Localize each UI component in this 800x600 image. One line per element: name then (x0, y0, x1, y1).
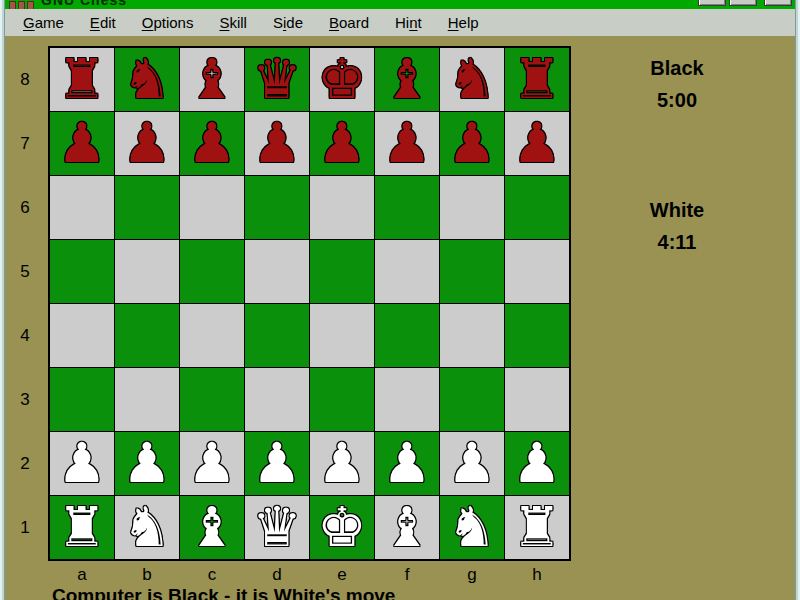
window-controls (698, 0, 792, 6)
piece-white-pawn: ♟ (375, 432, 439, 495)
square-c7[interactable]: ♟ (180, 112, 244, 175)
piece-black-rook: ♜ (505, 48, 569, 111)
square-d5[interactable] (245, 240, 309, 303)
piece-black-bishop: ♝ (375, 48, 439, 111)
square-f7[interactable]: ♟ (375, 112, 439, 175)
square-c6[interactable] (180, 176, 244, 239)
file-labels: abcdefgh (50, 564, 569, 586)
square-a6[interactable] (50, 176, 114, 239)
square-a5[interactable] (50, 240, 114, 303)
square-e1[interactable]: ♚ (310, 496, 374, 559)
square-d8[interactable]: ♛ (245, 48, 309, 111)
square-c4[interactable] (180, 304, 244, 367)
square-f3[interactable] (375, 368, 439, 431)
square-g1[interactable]: ♞ (440, 496, 504, 559)
square-a8[interactable]: ♜ (50, 48, 114, 111)
square-b7[interactable]: ♟ (115, 112, 179, 175)
square-h4[interactable] (505, 304, 569, 367)
window-title: GNU Chess (41, 0, 127, 8)
square-h8[interactable]: ♜ (505, 48, 569, 111)
square-g3[interactable] (440, 368, 504, 431)
square-g2[interactable]: ♟ (440, 432, 504, 495)
square-g6[interactable] (440, 176, 504, 239)
square-c5[interactable] (180, 240, 244, 303)
piece-white-pawn: ♟ (310, 432, 374, 495)
piece-white-pawn: ♟ (50, 432, 114, 495)
square-g7[interactable]: ♟ (440, 112, 504, 175)
square-e6[interactable] (310, 176, 374, 239)
title-bar[interactable]: GNU Chess (5, 0, 795, 9)
maximize-button[interactable] (729, 0, 757, 6)
minimize-button[interactable] (698, 0, 726, 6)
square-g8[interactable]: ♞ (440, 48, 504, 111)
file-label-c: c (180, 564, 244, 586)
square-h7[interactable]: ♟ (505, 112, 569, 175)
file-label-a: a (50, 564, 114, 586)
square-a7[interactable]: ♟ (50, 112, 114, 175)
piece-black-pawn: ♟ (245, 112, 309, 175)
black-clock: Black 5:00 (582, 57, 772, 112)
rank-label-7: 7 (12, 112, 38, 175)
square-c1[interactable]: ♝ (180, 496, 244, 559)
menu-item-skill[interactable]: Skill (206, 9, 260, 36)
menu-bar: GameEditOptionsSkillSideBoardHintHelp (5, 9, 795, 36)
rank-label-1: 1 (12, 496, 38, 559)
piece-black-rook: ♜ (50, 48, 114, 111)
file-label-d: d (245, 564, 309, 586)
square-c3[interactable] (180, 368, 244, 431)
square-a4[interactable] (50, 304, 114, 367)
rank-labels: 87654321 (12, 48, 38, 559)
square-f8[interactable]: ♝ (375, 48, 439, 111)
file-label-f: f (375, 564, 439, 586)
rank-label-3: 3 (12, 368, 38, 431)
white-clock-label: White (582, 199, 772, 222)
window-border-left (0, 0, 5, 600)
piece-black-pawn: ♟ (180, 112, 244, 175)
piece-white-rook: ♜ (505, 496, 569, 559)
piece-white-pawn: ♟ (505, 432, 569, 495)
close-button[interactable] (764, 0, 792, 6)
white-clock: White 4:11 (582, 199, 772, 254)
square-a1[interactable]: ♜ (50, 496, 114, 559)
piece-white-knight: ♞ (440, 496, 504, 559)
square-c2[interactable]: ♟ (180, 432, 244, 495)
piece-black-pawn: ♟ (505, 112, 569, 175)
file-label-h: h (505, 564, 569, 586)
piece-black-pawn: ♟ (375, 112, 439, 175)
piece-black-bishop: ♝ (180, 48, 244, 111)
square-f5[interactable] (375, 240, 439, 303)
square-b8[interactable]: ♞ (115, 48, 179, 111)
square-e2[interactable]: ♟ (310, 432, 374, 495)
piece-black-pawn: ♟ (50, 112, 114, 175)
status-message: Computer is Black - it is White's move (52, 585, 395, 600)
square-c8[interactable]: ♝ (180, 48, 244, 111)
square-d6[interactable] (245, 176, 309, 239)
rank-label-4: 4 (12, 304, 38, 367)
square-d1[interactable]: ♛ (245, 496, 309, 559)
square-b1[interactable]: ♞ (115, 496, 179, 559)
square-e5[interactable] (310, 240, 374, 303)
rank-label-8: 8 (12, 48, 38, 111)
menu-item-options[interactable]: Options (129, 9, 207, 36)
square-a2[interactable]: ♟ (50, 432, 114, 495)
square-h6[interactable] (505, 176, 569, 239)
square-d4[interactable] (245, 304, 309, 367)
square-g4[interactable] (440, 304, 504, 367)
square-e7[interactable]: ♟ (310, 112, 374, 175)
app-icon (9, 1, 34, 9)
rank-label-5: 5 (12, 240, 38, 303)
piece-white-bishop: ♝ (180, 496, 244, 559)
square-f4[interactable] (375, 304, 439, 367)
piece-black-queen: ♛ (245, 48, 309, 111)
square-d3[interactable] (245, 368, 309, 431)
menu-item-edit[interactable]: Edit (77, 9, 129, 36)
piece-black-knight: ♞ (115, 48, 179, 111)
piece-white-pawn: ♟ (440, 432, 504, 495)
board-frame: ♜♞♝♛♚♝♞♜♟♟♟♟♟♟♟♟♟♟♟♟♟♟♟♟♜♞♝♛♚♝♞♜ (48, 46, 571, 561)
piece-white-pawn: ♟ (115, 432, 179, 495)
square-h2[interactable]: ♟ (505, 432, 569, 495)
piece-white-rook: ♜ (50, 496, 114, 559)
chess-board: ♜♞♝♛♚♝♞♜♟♟♟♟♟♟♟♟♟♟♟♟♟♟♟♟♜♞♝♛♚♝♞♜ (50, 48, 569, 559)
square-f2[interactable]: ♟ (375, 432, 439, 495)
square-b4[interactable] (115, 304, 179, 367)
square-g5[interactable] (440, 240, 504, 303)
piece-black-knight: ♞ (440, 48, 504, 111)
square-b3[interactable] (115, 368, 179, 431)
piece-white-queen: ♛ (245, 496, 309, 559)
white-clock-time: 4:11 (582, 231, 772, 254)
square-b5[interactable] (115, 240, 179, 303)
file-label-e: e (310, 564, 374, 586)
square-d2[interactable]: ♟ (245, 432, 309, 495)
menu-item-game[interactable]: Game (10, 9, 77, 36)
black-clock-time: 5:00 (582, 89, 772, 112)
piece-black-pawn: ♟ (310, 112, 374, 175)
menu-item-hint[interactable]: Hint (382, 9, 435, 36)
square-a3[interactable] (50, 368, 114, 431)
square-h1[interactable]: ♜ (505, 496, 569, 559)
piece-white-pawn: ♟ (180, 432, 244, 495)
menu-item-board[interactable]: Board (316, 9, 382, 36)
square-f6[interactable] (375, 176, 439, 239)
piece-white-pawn: ♟ (245, 432, 309, 495)
square-h5[interactable] (505, 240, 569, 303)
piece-white-knight: ♞ (115, 496, 179, 559)
square-e4[interactable] (310, 304, 374, 367)
black-clock-label: Black (582, 57, 772, 80)
rank-label-6: 6 (12, 176, 38, 239)
window-border-right (795, 0, 800, 600)
piece-white-king: ♚ (310, 496, 374, 559)
piece-black-king: ♚ (310, 48, 374, 111)
file-label-g: g (440, 564, 504, 586)
piece-white-bishop: ♝ (375, 496, 439, 559)
square-f1[interactable]: ♝ (375, 496, 439, 559)
file-label-b: b (115, 564, 179, 586)
square-e8[interactable]: ♚ (310, 48, 374, 111)
piece-black-pawn: ♟ (440, 112, 504, 175)
square-b2[interactable]: ♟ (115, 432, 179, 495)
square-h3[interactable] (505, 368, 569, 431)
square-d7[interactable]: ♟ (245, 112, 309, 175)
rank-label-2: 2 (12, 432, 38, 495)
square-e3[interactable] (310, 368, 374, 431)
menu-item-side[interactable]: Side (260, 9, 316, 36)
menu-item-help[interactable]: Help (435, 9, 492, 36)
square-b6[interactable] (115, 176, 179, 239)
piece-black-pawn: ♟ (115, 112, 179, 175)
